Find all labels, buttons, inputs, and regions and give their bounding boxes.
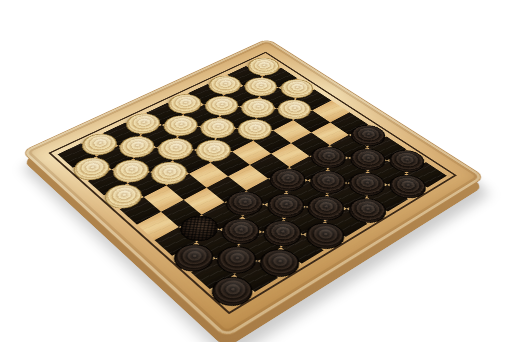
product-photo-scene bbox=[0, 0, 512, 342]
draughts-board-3d bbox=[21, 38, 486, 339]
board-wooden-frame bbox=[21, 38, 486, 339]
